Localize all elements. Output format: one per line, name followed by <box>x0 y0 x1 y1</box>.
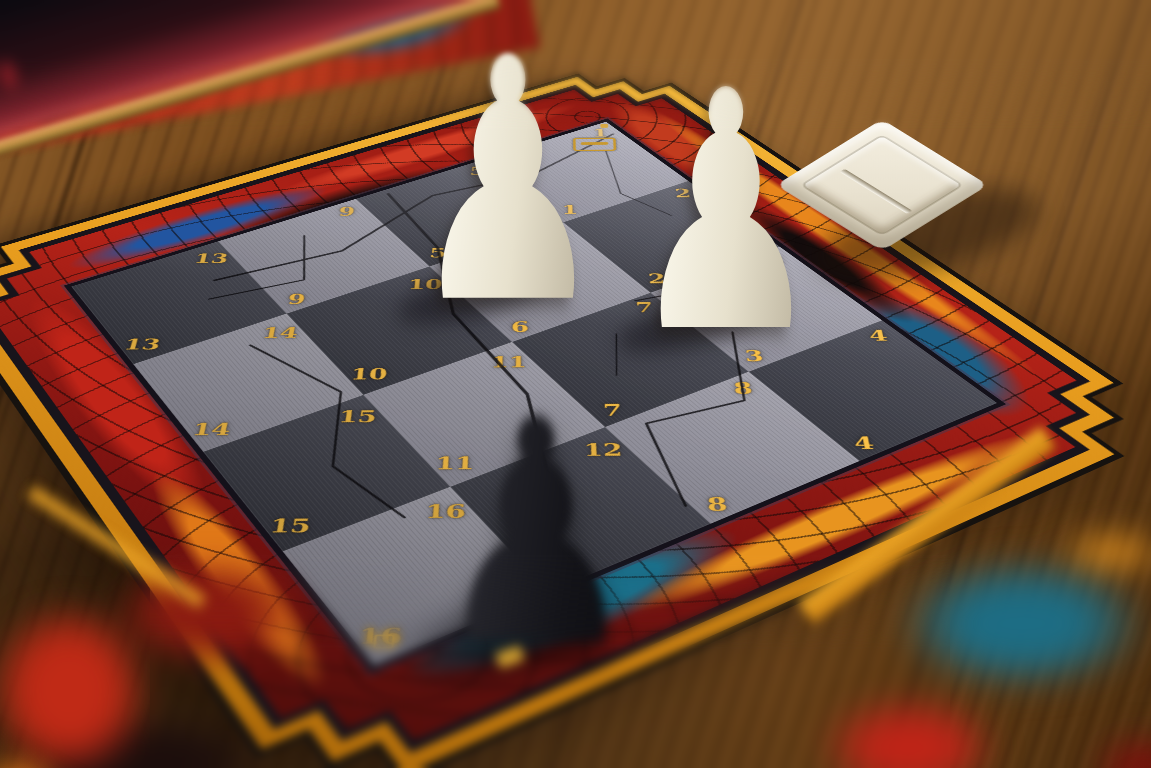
far-depth-of-field <box>0 0 1151 130</box>
square-number: 15 <box>337 408 377 424</box>
near-depth-of-field <box>150 555 950 768</box>
square-number: 13 <box>122 337 162 352</box>
photo-scene: 1122334455667788991010111112121313141415… <box>0 0 1151 768</box>
square-number: 9 <box>338 205 356 217</box>
square-number: 14 <box>261 326 300 341</box>
square-number: 4 <box>852 434 875 451</box>
square-number: 4 <box>867 328 889 343</box>
square-number: 9 <box>287 292 307 306</box>
square-number: 8 <box>706 495 728 513</box>
square-number: 14 <box>190 421 232 438</box>
square-number: 10 <box>349 366 388 382</box>
square-number: 13 <box>193 252 230 265</box>
